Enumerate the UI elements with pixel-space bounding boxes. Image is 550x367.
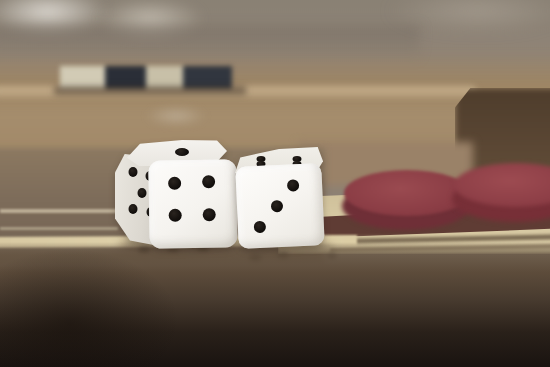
die-right-front-face [235,163,324,249]
red-checker-left [344,170,470,216]
case-latch-shadow [54,86,246,95]
die-left [113,138,237,250]
die-left-front-face [148,159,238,249]
case-edge-speck [145,106,207,126]
backgammon-photo-scene [0,0,550,367]
die-right [229,145,325,249]
board-cream-stripe [0,209,126,213]
board-cream-stripe [0,227,118,230]
